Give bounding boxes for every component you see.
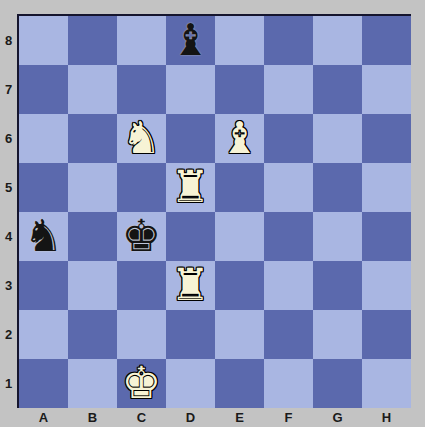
square-f7[interactable] xyxy=(264,65,313,114)
square-b5[interactable] xyxy=(68,163,117,212)
file-label-e: E xyxy=(215,408,264,427)
square-b3[interactable] xyxy=(68,261,117,310)
rank-label-2: 2 xyxy=(0,310,17,359)
square-a3[interactable] xyxy=(19,261,68,310)
square-c6[interactable]: ♞ xyxy=(117,114,166,163)
square-g2[interactable] xyxy=(313,310,362,359)
square-d4[interactable] xyxy=(166,212,215,261)
square-c3[interactable] xyxy=(117,261,166,310)
square-h8[interactable] xyxy=(362,16,411,65)
square-g4[interactable] xyxy=(313,212,362,261)
square-e3[interactable] xyxy=(215,261,264,310)
square-d3[interactable]: ♜ xyxy=(166,261,215,310)
square-c4[interactable]: ♚ xyxy=(117,212,166,261)
square-h7[interactable] xyxy=(362,65,411,114)
square-b4[interactable] xyxy=(68,212,117,261)
square-g5[interactable] xyxy=(313,163,362,212)
rank-label-5: 5 xyxy=(0,163,17,212)
white-rook-d3[interactable]: ♜ xyxy=(171,263,210,307)
square-b1[interactable] xyxy=(68,359,117,408)
white-bishop-e6[interactable]: ♝ xyxy=(220,116,259,160)
square-d8[interactable]: ♝ xyxy=(166,16,215,65)
square-d1[interactable] xyxy=(166,359,215,408)
square-e6[interactable]: ♝ xyxy=(215,114,264,163)
chess-board: ♝♞♝♜♞♚♜♚ xyxy=(17,14,411,408)
white-knight-c6[interactable]: ♞ xyxy=(122,116,161,160)
file-label-b: B xyxy=(68,408,117,427)
file-label-h: H xyxy=(362,408,411,427)
file-label-g: G xyxy=(313,408,362,427)
square-h6[interactable] xyxy=(362,114,411,163)
square-h5[interactable] xyxy=(362,163,411,212)
square-g1[interactable] xyxy=(313,359,362,408)
square-c1[interactable]: ♚ xyxy=(117,359,166,408)
square-e5[interactable] xyxy=(215,163,264,212)
square-e7[interactable] xyxy=(215,65,264,114)
file-label-f: F xyxy=(264,408,313,427)
square-h1[interactable] xyxy=(362,359,411,408)
square-b6[interactable] xyxy=(68,114,117,163)
square-f4[interactable] xyxy=(264,212,313,261)
square-e1[interactable] xyxy=(215,359,264,408)
square-g3[interactable] xyxy=(313,261,362,310)
square-c5[interactable] xyxy=(117,163,166,212)
file-label-d: D xyxy=(166,408,215,427)
file-label-c: C xyxy=(117,408,166,427)
rank-label-4: 4 xyxy=(0,212,17,261)
square-f8[interactable] xyxy=(264,16,313,65)
rank-label-7: 7 xyxy=(0,65,17,114)
square-f2[interactable] xyxy=(264,310,313,359)
rank-label-6: 6 xyxy=(0,114,17,163)
rank-label-8: 8 xyxy=(0,16,17,65)
square-c8[interactable] xyxy=(117,16,166,65)
square-d7[interactable] xyxy=(166,65,215,114)
rank-label-3: 3 xyxy=(0,261,17,310)
rank-label-1: 1 xyxy=(0,359,17,408)
black-knight-a4[interactable]: ♞ xyxy=(24,214,63,258)
square-d6[interactable] xyxy=(166,114,215,163)
black-bishop-d8[interactable]: ♝ xyxy=(171,18,210,62)
square-d2[interactable] xyxy=(166,310,215,359)
square-h3[interactable] xyxy=(362,261,411,310)
square-b7[interactable] xyxy=(68,65,117,114)
square-f3[interactable] xyxy=(264,261,313,310)
file-label-a: A xyxy=(19,408,68,427)
square-g6[interactable] xyxy=(313,114,362,163)
square-g8[interactable] xyxy=(313,16,362,65)
square-b2[interactable] xyxy=(68,310,117,359)
square-a5[interactable] xyxy=(19,163,68,212)
square-c7[interactable] xyxy=(117,65,166,114)
square-a6[interactable] xyxy=(19,114,68,163)
square-h2[interactable] xyxy=(362,310,411,359)
square-a7[interactable] xyxy=(19,65,68,114)
black-king-c4[interactable]: ♚ xyxy=(122,214,161,258)
white-rook-d5[interactable]: ♜ xyxy=(171,165,210,209)
chess-diagram: ♝♞♝♜♞♚♜♚ 87654321 ABCDEFGH xyxy=(0,0,425,427)
square-a8[interactable] xyxy=(19,16,68,65)
square-c2[interactable] xyxy=(117,310,166,359)
square-e4[interactable] xyxy=(215,212,264,261)
square-a4[interactable]: ♞ xyxy=(19,212,68,261)
square-e2[interactable] xyxy=(215,310,264,359)
square-f5[interactable] xyxy=(264,163,313,212)
square-f6[interactable] xyxy=(264,114,313,163)
square-h4[interactable] xyxy=(362,212,411,261)
square-e8[interactable] xyxy=(215,16,264,65)
square-b8[interactable] xyxy=(68,16,117,65)
square-a2[interactable] xyxy=(19,310,68,359)
square-f1[interactable] xyxy=(264,359,313,408)
white-king-c1[interactable]: ♚ xyxy=(122,361,161,405)
square-a1[interactable] xyxy=(19,359,68,408)
square-d5[interactable]: ♜ xyxy=(166,163,215,212)
square-g7[interactable] xyxy=(313,65,362,114)
